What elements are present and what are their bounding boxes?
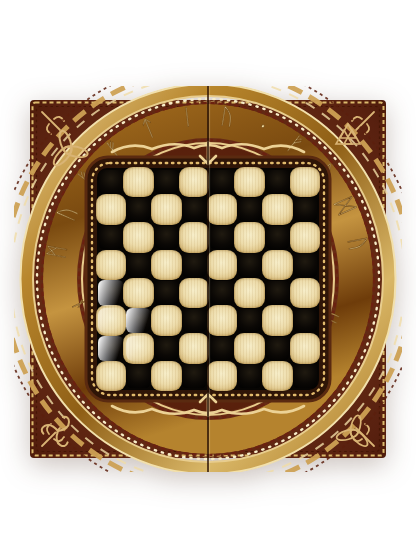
square-f5[interactable] <box>236 251 264 279</box>
square-e3[interactable] <box>208 307 236 335</box>
square-f2[interactable] <box>236 335 264 363</box>
square-f8[interactable] <box>236 168 264 196</box>
square-b8[interactable] <box>125 168 153 196</box>
square-a5[interactable] <box>97 251 125 279</box>
square-e7[interactable] <box>208 196 236 224</box>
square-b6[interactable] <box>125 224 153 252</box>
square-h8[interactable] <box>291 168 319 196</box>
square-h3[interactable] <box>291 307 319 335</box>
square-d4[interactable] <box>180 279 208 307</box>
square-a3[interactable] <box>97 307 125 335</box>
square-b4[interactable] <box>125 279 153 307</box>
square-h7[interactable] <box>291 196 319 224</box>
square-d3[interactable] <box>180 307 208 335</box>
square-h2[interactable] <box>291 335 319 363</box>
square-b7[interactable] <box>125 196 153 224</box>
square-d5[interactable] <box>180 251 208 279</box>
square-f1[interactable] <box>236 362 264 390</box>
fold-seam <box>207 86 209 472</box>
square-g1[interactable] <box>264 362 292 390</box>
square-c2[interactable] <box>153 335 181 363</box>
square-f4[interactable] <box>236 279 264 307</box>
square-d1[interactable] <box>180 362 208 390</box>
square-c3[interactable] <box>153 307 181 335</box>
square-b2[interactable] <box>125 335 153 363</box>
square-g6[interactable] <box>264 224 292 252</box>
square-f3[interactable] <box>236 307 264 335</box>
square-a1[interactable] <box>97 362 125 390</box>
square-g2[interactable] <box>264 335 292 363</box>
square-e5[interactable] <box>208 251 236 279</box>
square-a6[interactable] <box>97 224 125 252</box>
square-a7[interactable] <box>97 196 125 224</box>
square-e4[interactable] <box>208 279 236 307</box>
square-c5[interactable] <box>153 251 181 279</box>
square-b5[interactable] <box>125 251 153 279</box>
square-h1[interactable] <box>291 362 319 390</box>
game-board: ᛗ ᚢ ᚠ ᚠ ᛏ ᛁ ᚢ · ᚠ ᛒ ᛞ ᚢ ᛚ ᚾ ᛁ ᚢ ᛗ ᛞ ᚨ ᚢ … <box>14 86 402 472</box>
square-h6[interactable] <box>291 224 319 252</box>
square-d2[interactable] <box>180 335 208 363</box>
square-g4[interactable] <box>264 279 292 307</box>
square-e2[interactable] <box>208 335 236 363</box>
square-b3[interactable] <box>125 307 153 335</box>
square-a8[interactable] <box>97 168 125 196</box>
square-e8[interactable] <box>208 168 236 196</box>
square-c4[interactable] <box>153 279 181 307</box>
square-g7[interactable] <box>264 196 292 224</box>
square-c6[interactable] <box>153 224 181 252</box>
square-h5[interactable] <box>291 251 319 279</box>
square-c7[interactable] <box>153 196 181 224</box>
square-f6[interactable] <box>236 224 264 252</box>
square-a2[interactable] <box>97 335 125 363</box>
square-e6[interactable] <box>208 224 236 252</box>
square-e1[interactable] <box>208 362 236 390</box>
square-d7[interactable] <box>180 196 208 224</box>
square-g8[interactable] <box>264 168 292 196</box>
square-h4[interactable] <box>291 279 319 307</box>
square-b1[interactable] <box>125 362 153 390</box>
square-d6[interactable] <box>180 224 208 252</box>
square-d8[interactable] <box>180 168 208 196</box>
square-c8[interactable] <box>153 168 181 196</box>
square-a4[interactable] <box>97 279 125 307</box>
page-background: { "game": "checkers / chess — ornate car… <box>0 0 416 555</box>
square-c1[interactable] <box>153 362 181 390</box>
square-g5[interactable] <box>264 251 292 279</box>
square-f7[interactable] <box>236 196 264 224</box>
square-g3[interactable] <box>264 307 292 335</box>
